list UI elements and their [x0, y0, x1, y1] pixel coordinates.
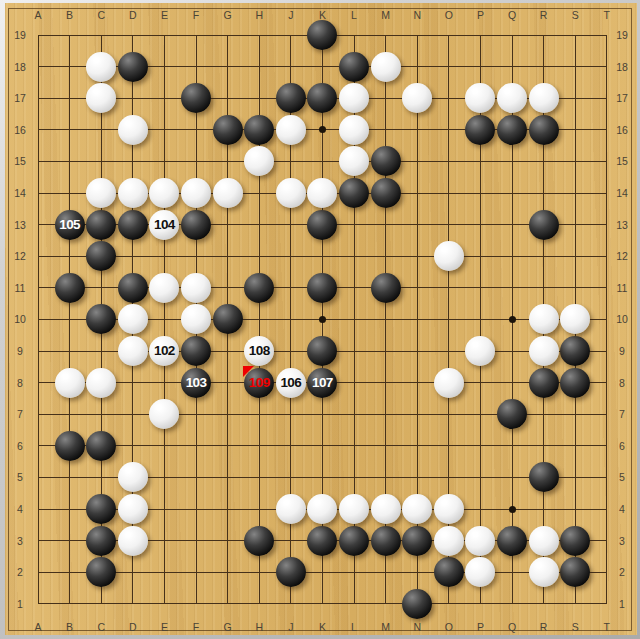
stone-white-N4[interactable] — [402, 494, 432, 524]
stone-white-E7[interactable] — [149, 399, 179, 429]
stone-black-J17[interactable] — [276, 83, 306, 113]
grid-line-vertical-T — [606, 35, 607, 605]
stone-black-D13[interactable] — [118, 210, 148, 240]
stone-white-S10[interactable] — [560, 304, 590, 334]
coordinate-label-top-M: M — [381, 10, 390, 20]
coordinate-label-top-H: H — [255, 10, 263, 20]
stone-black-C4[interactable] — [86, 494, 116, 524]
stone-black-L3[interactable] — [339, 526, 369, 556]
coordinate-label-left-10: 10 — [14, 314, 26, 324]
stone-black-F9[interactable] — [181, 336, 211, 366]
coordinate-label-right-4: 4 — [619, 504, 625, 514]
coordinate-label-bottom-D: D — [129, 622, 137, 632]
coordinate-label-bottom-R: R — [540, 622, 548, 632]
stone-black-M14[interactable] — [371, 178, 401, 208]
coordinate-label-bottom-E: E — [161, 622, 168, 632]
coordinate-label-right-3: 3 — [619, 536, 625, 546]
stone-white-D14[interactable] — [118, 178, 148, 208]
coordinate-label-right-6: 6 — [619, 441, 625, 451]
coordinate-label-top-K: K — [319, 10, 326, 20]
coordinate-label-top-N: N — [413, 10, 421, 20]
coordinate-label-top-L: L — [351, 10, 357, 20]
coordinate-label-top-T: T — [604, 10, 610, 20]
coordinate-label-right-8: 8 — [619, 378, 625, 388]
stone-white-N17[interactable] — [402, 83, 432, 113]
coordinate-label-bottom-S: S — [572, 622, 579, 632]
stone-white-C8[interactable] — [86, 368, 116, 398]
stone-black-K11[interactable] — [307, 273, 337, 303]
stone-black-D18[interactable] — [118, 52, 148, 82]
grid-line-horizontal-1 — [38, 603, 608, 604]
stone-black-F17[interactable] — [181, 83, 211, 113]
move-number-106: 106 — [280, 376, 301, 390]
coordinate-label-right-16: 16 — [616, 125, 628, 135]
stone-black-M15[interactable] — [371, 146, 401, 176]
coordinate-label-right-1: 1 — [619, 599, 625, 609]
coordinate-label-left-15: 15 — [14, 156, 26, 166]
stone-white-L17[interactable] — [339, 83, 369, 113]
coordinate-label-left-16: 16 — [14, 125, 26, 135]
stone-black-N1[interactable] — [402, 589, 432, 619]
star-point-Q4 — [509, 506, 516, 513]
last-move-marker — [243, 366, 254, 377]
stone-black-P16[interactable] — [465, 115, 495, 145]
coordinate-label-top-F: F — [193, 10, 199, 20]
star-point-K16 — [319, 126, 326, 133]
coordinate-label-right-17: 17 — [616, 93, 628, 103]
coordinate-label-bottom-P: P — [477, 622, 484, 632]
stone-black-D11[interactable] — [118, 273, 148, 303]
stone-white-F10[interactable] — [181, 304, 211, 334]
stone-white-P3[interactable] — [465, 526, 495, 556]
coordinate-label-left-13: 13 — [14, 220, 26, 230]
move-number-104: 104 — [154, 218, 175, 232]
coordinate-label-top-R: R — [540, 10, 548, 20]
coordinate-label-left-12: 12 — [14, 251, 26, 261]
coordinate-label-left-6: 6 — [17, 441, 23, 451]
star-point-Q10 — [509, 316, 516, 323]
stone-black-K13[interactable] — [307, 210, 337, 240]
coordinate-label-right-10: 10 — [616, 314, 628, 324]
coordinate-label-bottom-A: A — [34, 622, 41, 632]
coordinate-label-right-15: 15 — [616, 156, 628, 166]
coordinate-label-bottom-J: J — [288, 622, 293, 632]
coordinate-label-left-2: 2 — [17, 567, 23, 577]
stone-white-E11[interactable] — [149, 273, 179, 303]
stone-black-S8[interactable] — [560, 368, 590, 398]
coordinate-label-bottom-B: B — [66, 622, 73, 632]
coordinate-label-bottom-Q: Q — [508, 622, 516, 632]
stone-black-R5[interactable] — [529, 462, 559, 492]
stone-white-D3[interactable] — [118, 526, 148, 556]
stone-white-R3[interactable] — [529, 526, 559, 556]
stone-white-K4[interactable] — [307, 494, 337, 524]
coordinate-label-bottom-G: G — [224, 622, 232, 632]
move-number-103: 103 — [186, 376, 207, 390]
stone-white-R2[interactable] — [529, 557, 559, 587]
coordinate-label-top-C: C — [97, 10, 105, 20]
stone-black-K8[interactable]: 107 — [307, 368, 337, 398]
coordinate-label-top-A: A — [34, 10, 41, 20]
stone-black-C12[interactable] — [86, 241, 116, 271]
stone-black-C2[interactable] — [86, 557, 116, 587]
coordinate-label-bottom-F: F — [193, 622, 199, 632]
coordinate-label-left-9: 9 — [17, 346, 23, 356]
stone-white-Q17[interactable] — [497, 83, 527, 113]
stone-black-Q7[interactable] — [497, 399, 527, 429]
stone-white-E9[interactable]: 102 — [149, 336, 179, 366]
stone-black-S2[interactable] — [560, 557, 590, 587]
stone-black-C13[interactable] — [86, 210, 116, 240]
stone-white-K14[interactable] — [307, 178, 337, 208]
stone-white-L15[interactable] — [339, 146, 369, 176]
stone-white-L4[interactable] — [339, 494, 369, 524]
stone-black-J2[interactable] — [276, 557, 306, 587]
coordinate-label-top-E: E — [161, 10, 168, 20]
coordinate-label-top-D: D — [129, 10, 137, 20]
stone-black-S9[interactable] — [560, 336, 590, 366]
coordinate-label-top-O: O — [445, 10, 453, 20]
coordinate-label-right-19: 19 — [616, 30, 628, 40]
stone-white-F14[interactable] — [181, 178, 211, 208]
coordinate-label-right-18: 18 — [616, 62, 628, 72]
stone-white-R17[interactable] — [529, 83, 559, 113]
grid-line-horizontal-6 — [38, 445, 608, 446]
stone-white-J16[interactable] — [276, 115, 306, 145]
stone-white-B8[interactable] — [55, 368, 85, 398]
coordinate-label-left-19: 19 — [14, 30, 26, 40]
stone-white-D10[interactable] — [118, 304, 148, 334]
coordinate-label-top-J: J — [288, 10, 293, 20]
stone-black-G16[interactable] — [213, 115, 243, 145]
stone-black-H16[interactable] — [244, 115, 274, 145]
coordinate-label-top-G: G — [224, 10, 232, 20]
coordinate-label-left-3: 3 — [17, 536, 23, 546]
stone-white-O12[interactable] — [434, 241, 464, 271]
stone-black-M3[interactable] — [371, 526, 401, 556]
stone-black-Q16[interactable] — [497, 115, 527, 145]
stone-white-O3[interactable] — [434, 526, 464, 556]
stone-white-D5[interactable] — [118, 462, 148, 492]
coordinate-label-top-Q: Q — [508, 10, 516, 20]
stone-black-B11[interactable] — [55, 273, 85, 303]
stone-white-P9[interactable] — [465, 336, 495, 366]
coordinate-label-left-14: 14 — [14, 188, 26, 198]
coordinate-label-left-11: 11 — [15, 283, 26, 293]
stone-black-B6[interactable] — [55, 431, 85, 461]
stone-white-E14[interactable] — [149, 178, 179, 208]
stone-white-O8[interactable] — [434, 368, 464, 398]
stone-black-K9[interactable] — [307, 336, 337, 366]
coordinate-label-right-11: 11 — [617, 283, 628, 293]
stone-white-J14[interactable] — [276, 178, 306, 208]
move-number-102: 102 — [154, 344, 175, 358]
stone-black-K3[interactable] — [307, 526, 337, 556]
stone-white-P17[interactable] — [465, 83, 495, 113]
stone-white-P2[interactable] — [465, 557, 495, 587]
stone-black-R13[interactable] — [529, 210, 559, 240]
stone-white-F11[interactable] — [181, 273, 211, 303]
stone-black-M11[interactable] — [371, 273, 401, 303]
stone-white-D4[interactable] — [118, 494, 148, 524]
coordinate-label-bottom-H: H — [255, 622, 263, 632]
go-board-window: AABBCCDDEEFFGGHHJJKKLLMMNNOOPPQQRRSSTT19… — [0, 0, 640, 639]
stone-white-R10[interactable] — [529, 304, 559, 334]
coordinate-label-right-5: 5 — [619, 472, 625, 482]
stone-black-B13[interactable]: 105 — [55, 210, 85, 240]
go-board[interactable]: AABBCCDDEEFFGGHHJJKKLLMMNNOOPPQQRRSSTT19… — [0, 0, 640, 639]
move-number-108: 108 — [249, 344, 270, 358]
coordinate-label-right-13: 13 — [616, 220, 628, 230]
grid-line-horizontal-2 — [38, 572, 608, 573]
coordinate-label-bottom-L: L — [351, 622, 357, 632]
stone-white-D9[interactable] — [118, 336, 148, 366]
coordinate-label-left-18: 18 — [14, 62, 26, 72]
coordinate-label-left-8: 8 — [17, 378, 23, 388]
stone-white-C18[interactable] — [86, 52, 116, 82]
coordinate-label-top-S: S — [572, 10, 579, 20]
coordinate-label-bottom-C: C — [97, 622, 105, 632]
stone-white-R9[interactable] — [529, 336, 559, 366]
move-number-105: 105 — [59, 218, 80, 232]
coordinate-label-left-17: 17 — [14, 93, 26, 103]
stone-white-G14[interactable] — [213, 178, 243, 208]
stone-black-K19[interactable] — [307, 20, 337, 50]
coordinate-label-bottom-T: T — [604, 622, 610, 632]
stone-black-C6[interactable] — [86, 431, 116, 461]
stone-white-D16[interactable] — [118, 115, 148, 145]
stone-black-N3[interactable] — [402, 526, 432, 556]
stone-black-L18[interactable] — [339, 52, 369, 82]
stone-black-G10[interactable] — [213, 304, 243, 334]
coordinate-label-right-2: 2 — [619, 567, 625, 577]
coordinate-label-top-P: P — [477, 10, 484, 20]
coordinate-label-right-7: 7 — [619, 409, 625, 419]
stone-white-M18[interactable] — [371, 52, 401, 82]
coordinate-label-right-12: 12 — [616, 251, 628, 261]
stone-black-C3[interactable] — [86, 526, 116, 556]
stone-black-H3[interactable] — [244, 526, 274, 556]
stone-black-O2[interactable] — [434, 557, 464, 587]
stone-white-M4[interactable] — [371, 494, 401, 524]
stone-black-F8[interactable]: 103 — [181, 368, 211, 398]
stone-black-H11[interactable] — [244, 273, 274, 303]
stone-black-Q3[interactable] — [497, 526, 527, 556]
coordinate-label-left-7: 7 — [17, 409, 23, 419]
stone-white-C14[interactable] — [86, 178, 116, 208]
stone-black-S3[interactable] — [560, 526, 590, 556]
stone-black-C10[interactable] — [86, 304, 116, 334]
stone-white-L16[interactable] — [339, 115, 369, 145]
stone-black-F13[interactable] — [181, 210, 211, 240]
coordinate-label-left-4: 4 — [17, 504, 23, 514]
star-point-K10 — [319, 316, 326, 323]
stone-black-L14[interactable] — [339, 178, 369, 208]
coordinate-label-top-B: B — [66, 10, 73, 20]
coordinate-label-bottom-O: O — [445, 622, 453, 632]
stone-white-H9[interactable]: 108 — [244, 336, 274, 366]
coordinate-label-bottom-M: M — [381, 622, 390, 632]
stone-white-J4[interactable] — [276, 494, 306, 524]
stone-white-O4[interactable] — [434, 494, 464, 524]
stone-white-E13[interactable]: 104 — [149, 210, 179, 240]
move-number-109: 109 — [249, 376, 270, 390]
stone-white-J8[interactable]: 106 — [276, 368, 306, 398]
stone-white-H15[interactable] — [244, 146, 274, 176]
coordinate-label-left-1: 1 — [17, 599, 23, 609]
stone-black-R8[interactable] — [529, 368, 559, 398]
stone-white-C17[interactable] — [86, 83, 116, 113]
coordinate-label-bottom-N: N — [413, 622, 421, 632]
coordinate-label-bottom-K: K — [319, 622, 326, 632]
coordinate-label-right-14: 14 — [616, 188, 628, 198]
coordinate-label-right-9: 9 — [619, 346, 625, 356]
coordinate-label-left-5: 5 — [17, 472, 23, 482]
stone-black-K17[interactable] — [307, 83, 337, 113]
move-number-107: 107 — [312, 376, 333, 390]
stone-black-R16[interactable] — [529, 115, 559, 145]
